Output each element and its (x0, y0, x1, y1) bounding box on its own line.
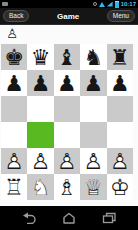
status-bar-right: 10:17 (93, 0, 136, 8)
signal-icon (107, 2, 113, 7)
square-b1[interactable]: ♞♘ (27, 174, 53, 200)
white-queen: ♕ (80, 174, 106, 200)
square-e5[interactable]: ♟ (107, 70, 133, 96)
square-a1[interactable]: ♜♖ (1, 174, 27, 200)
black-knight: ♞ (80, 44, 106, 70)
square-d3[interactable] (80, 122, 106, 148)
square-d2[interactable]: ♟♙ (80, 148, 106, 174)
square-c4[interactable] (54, 96, 80, 122)
square-d6[interactable]: ♞ (80, 44, 106, 70)
square-a3[interactable] (1, 122, 27, 148)
square-d5[interactable]: ♟ (80, 70, 106, 96)
square-d4[interactable] (80, 96, 106, 122)
back-button[interactable]: Back (3, 10, 29, 22)
action-bar: Back Game Menu (0, 8, 138, 25)
white-bishop: ♗ (54, 174, 80, 200)
home-icon[interactable] (62, 212, 76, 224)
square-b5[interactable]: ♟ (27, 70, 53, 96)
white-pawn: ♙ (1, 148, 27, 174)
white-rook: ♖ (1, 174, 27, 200)
square-c3[interactable] (54, 122, 80, 148)
black-rook: ♜ (107, 44, 133, 70)
black-pawn: ♟ (107, 70, 133, 96)
square-a4[interactable] (1, 96, 27, 122)
square-b3[interactable] (27, 122, 53, 148)
turn-indicator-white-pawn-icon: ♟♙ (4, 25, 20, 42)
black-pawn: ♟ (27, 70, 53, 96)
nav-bar (0, 206, 138, 230)
white-pawn: ♙ (80, 148, 106, 174)
square-b4[interactable] (27, 96, 53, 122)
white-pawn: ♙ (27, 148, 53, 174)
square-a6[interactable]: ♚ (1, 44, 27, 70)
square-a5[interactable]: ♟ (1, 70, 27, 96)
square-c2[interactable]: ♟♙ (54, 148, 80, 174)
app-screen: 10:17 Back Game Menu ♟♙ ♚♛♝♞♜♟♟♟♟♟♟♙♟♙♟♙… (0, 0, 138, 230)
white-pawn: ♙ (4, 25, 20, 42)
black-pawn: ♟ (80, 70, 106, 96)
notification-icon (2, 2, 8, 6)
black-king: ♚ (1, 44, 27, 70)
status-time: 10:17 (121, 0, 136, 8)
square-a2[interactable]: ♟♙ (1, 148, 27, 174)
black-pawn: ♟ (1, 70, 27, 96)
square-b2[interactable]: ♟♙ (27, 148, 53, 174)
circle-icon (93, 2, 97, 6)
square-e6[interactable]: ♜ (107, 44, 133, 70)
white-pawn: ♙ (54, 148, 80, 174)
white-pawn: ♙ (107, 148, 133, 174)
status-bar: 10:17 (0, 0, 138, 8)
square-e2[interactable]: ♟♙ (107, 148, 133, 174)
white-knight: ♘ (27, 174, 53, 200)
square-e1[interactable]: ♚♔ (107, 174, 133, 200)
board: ♚♛♝♞♜♟♟♟♟♟♟♙♟♙♟♙♟♙♟♙♜♖♞♘♝♗♛♕♚♔ (1, 44, 133, 200)
square-d1[interactable]: ♛♕ (80, 174, 106, 200)
square-c5[interactable]: ♟ (54, 70, 80, 96)
square-c1[interactable]: ♝♗ (54, 174, 80, 200)
black-queen: ♛ (27, 44, 53, 70)
square-e3[interactable] (107, 122, 133, 148)
square-c6[interactable]: ♝ (54, 44, 80, 70)
square-e4[interactable] (107, 96, 133, 122)
back-icon[interactable] (22, 212, 36, 224)
black-bishop: ♝ (54, 44, 80, 70)
menu-button[interactable]: Menu (107, 10, 135, 22)
square-b6[interactable]: ♛ (27, 44, 53, 70)
black-pawn: ♟ (54, 70, 80, 96)
wifi-icon (99, 2, 105, 7)
page-title: Game (57, 12, 79, 21)
white-king: ♔ (107, 174, 133, 200)
battery-icon (115, 1, 119, 8)
recents-icon[interactable] (102, 212, 116, 224)
